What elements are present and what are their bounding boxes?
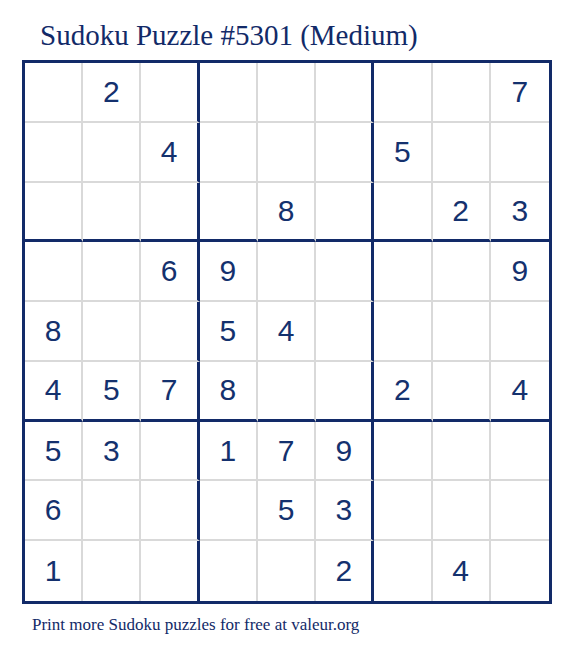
cell-r8c4-empty: [200, 481, 258, 541]
cell-r6c3-given: 7: [141, 362, 199, 422]
cell-r2c2-empty: [83, 123, 141, 183]
cell-r1c8-empty: [433, 63, 491, 123]
cell-r4c3-given: 6: [141, 242, 199, 302]
cell-r2c6-empty: [316, 123, 374, 183]
cell-r1c2-given: 2: [83, 63, 141, 123]
cell-r9c1-given: 1: [25, 541, 83, 601]
cell-r5c8-empty: [433, 302, 491, 362]
cell-r3c1-empty: [25, 183, 83, 243]
cell-r6c2-given: 5: [83, 362, 141, 422]
cell-r9c7-empty: [374, 541, 432, 601]
cell-r8c6-given: 3: [316, 481, 374, 541]
cell-r4c8-empty: [433, 242, 491, 302]
cell-r9c4-empty: [200, 541, 258, 601]
cell-r5c9-empty: [491, 302, 549, 362]
cell-r6c4-given: 8: [200, 362, 258, 422]
cell-r4c6-empty: [316, 242, 374, 302]
cell-r2c8-empty: [433, 123, 491, 183]
cell-r7c3-empty: [141, 422, 199, 482]
cell-r2c5-empty: [258, 123, 316, 183]
cell-r3c8-given: 2: [433, 183, 491, 243]
cell-r8c8-empty: [433, 481, 491, 541]
cell-r1c3-empty: [141, 63, 199, 123]
cell-r6c9-given: 4: [491, 362, 549, 422]
cell-r7c4-given: 1: [200, 422, 258, 482]
cell-r7c7-empty: [374, 422, 432, 482]
cell-r8c1-given: 6: [25, 481, 83, 541]
cell-r9c2-empty: [83, 541, 141, 601]
cell-r4c1-empty: [25, 242, 83, 302]
cell-r8c3-empty: [141, 481, 199, 541]
cell-r1c5-empty: [258, 63, 316, 123]
cell-r3c5-given: 8: [258, 183, 316, 243]
cell-r6c8-empty: [433, 362, 491, 422]
cell-r5c5-given: 4: [258, 302, 316, 362]
cell-r9c5-empty: [258, 541, 316, 601]
cell-r4c5-empty: [258, 242, 316, 302]
cell-r7c2-given: 3: [83, 422, 141, 482]
cell-r3c7-empty: [374, 183, 432, 243]
cell-r9c9-given: [491, 541, 549, 601]
cell-r4c2-empty: [83, 242, 141, 302]
cell-r9c6-given: 2: [316, 541, 374, 601]
cell-r8c5-given: 5: [258, 481, 316, 541]
cell-r5c7-empty: [374, 302, 432, 362]
cell-r5c2-empty: [83, 302, 141, 362]
cell-r7c9-empty: [491, 422, 549, 482]
cell-r5c1-given: 8: [25, 302, 83, 362]
cell-r9c8-given: 4: [433, 541, 491, 601]
cell-r6c7-given: 2: [374, 362, 432, 422]
sudoku-board: 274582369985445782453179653124: [22, 60, 552, 604]
cell-r1c7-empty: [374, 63, 432, 123]
cell-r4c4-given: 9: [200, 242, 258, 302]
cell-r3c2-empty: [83, 183, 141, 243]
cell-r2c7-given: 5: [374, 123, 432, 183]
cell-r8c2-empty: [83, 481, 141, 541]
cell-r1c6-empty: [316, 63, 374, 123]
cell-r5c4-given: 5: [200, 302, 258, 362]
cell-r8c9-empty: [491, 481, 549, 541]
cell-r7c5-given: 7: [258, 422, 316, 482]
cell-r5c3-empty: [141, 302, 199, 362]
cell-r3c6-empty: [316, 183, 374, 243]
cell-r3c4-empty: [200, 183, 258, 243]
cell-r5c6-empty: [316, 302, 374, 362]
cell-r1c9-given: 7: [491, 63, 549, 123]
cell-r6c1-given: 4: [25, 362, 83, 422]
footer-text: Print more Sudoku puzzles for free at va…: [32, 615, 359, 635]
cell-r1c1-empty: [25, 63, 83, 123]
cell-r7c6-given: 9: [316, 422, 374, 482]
page-title: Sudoku Puzzle #5301 (Medium): [40, 20, 418, 52]
cell-r7c1-given: 5: [25, 422, 83, 482]
cell-r3c9-given: 3: [491, 183, 549, 243]
cell-r7c8-empty: [433, 422, 491, 482]
cell-r3c3-empty: [141, 183, 199, 243]
cell-r2c3-given: 4: [141, 123, 199, 183]
cell-r4c7-empty: [374, 242, 432, 302]
cell-r9c3-empty: [141, 541, 199, 601]
cell-r2c4-empty: [200, 123, 258, 183]
cell-r1c4-empty: [200, 63, 258, 123]
cell-r4c9-given: 9: [491, 242, 549, 302]
cell-r2c1-empty: [25, 123, 83, 183]
cell-r6c6-empty: [316, 362, 374, 422]
cell-r8c7-empty: [374, 481, 432, 541]
cell-r2c9-empty: [491, 123, 549, 183]
cell-r6c5-empty: [258, 362, 316, 422]
